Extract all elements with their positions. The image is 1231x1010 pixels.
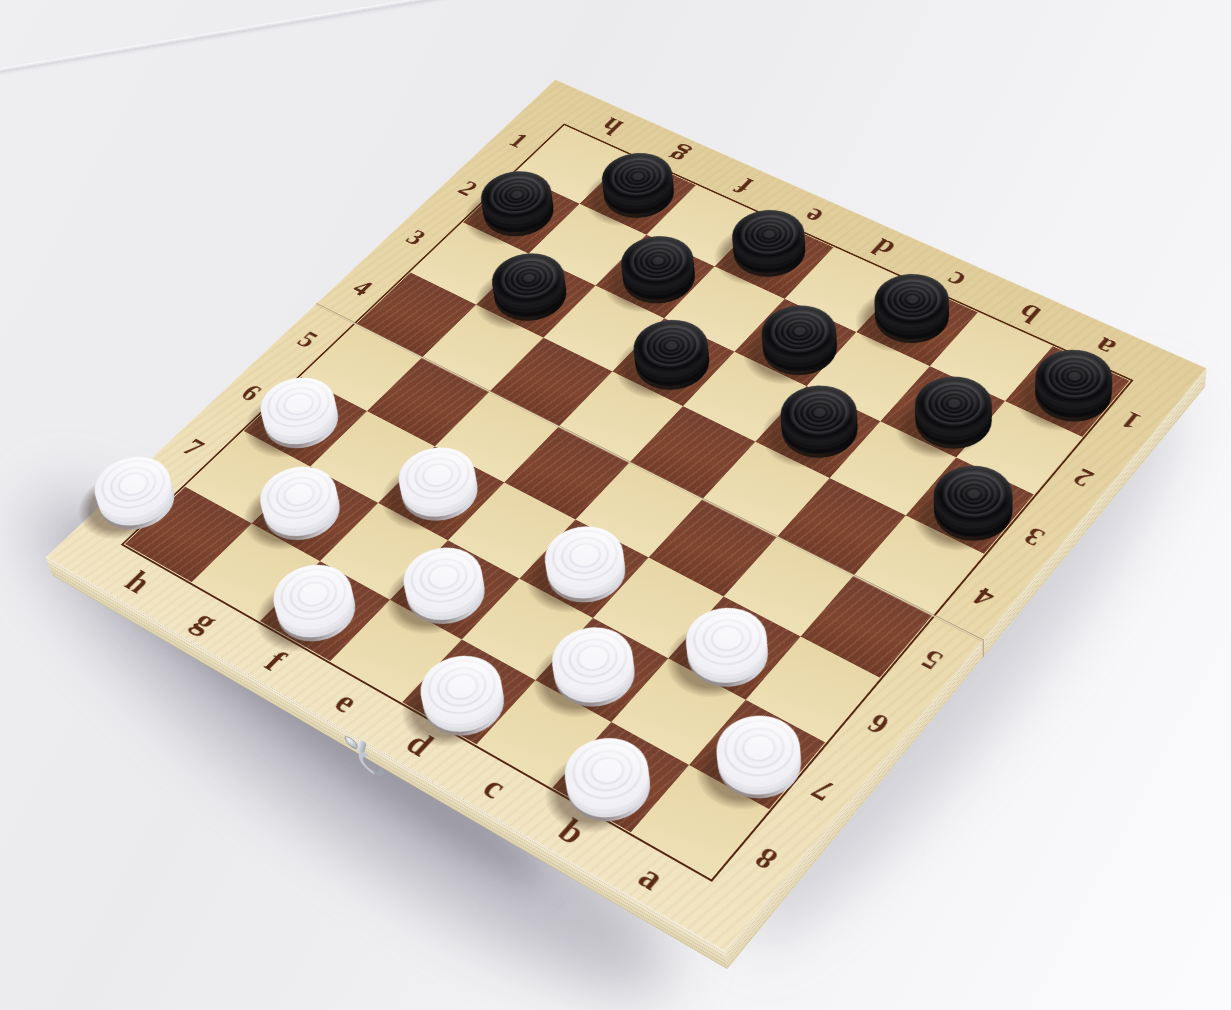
rank-label-right-8: 8	[750, 842, 784, 874]
file-label-near-h: h	[119, 566, 157, 597]
file-label-near-a: a	[632, 859, 671, 895]
file-label-near-g: g	[187, 605, 224, 636]
rank-label-right-7: 7	[807, 774, 840, 805]
square-b4	[777, 478, 905, 575]
rank-label-right-5: 5	[916, 645, 948, 674]
checkers-board: 1122334455667788hhggffeeddccbbaa	[46, 79, 1207, 951]
file-label-near-c: c	[477, 771, 514, 804]
rank-label-right-4: 4	[968, 583, 999, 611]
square-c5	[649, 499, 778, 597]
photo-scene: 1122334455667788hhggffeeddccbbaa	[0, 0, 1231, 1010]
square-a5	[801, 575, 933, 678]
rank-label-right-3: 3	[1019, 523, 1050, 550]
backdrop-crease	[0, 0, 462, 73]
fold-seam-side	[982, 639, 984, 659]
rank-label-right-1: 1	[1116, 407, 1146, 433]
file-label-near-e: e	[328, 686, 364, 718]
rank-label-right-6: 6	[862, 709, 895, 739]
rank-label-right-2: 2	[1068, 464, 1098, 490]
